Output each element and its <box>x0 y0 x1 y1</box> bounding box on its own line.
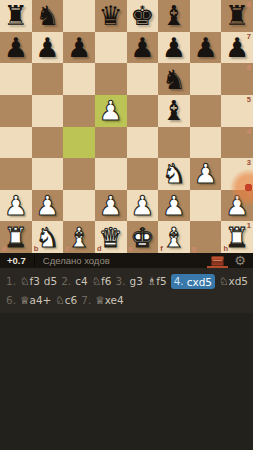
move-number: 6. <box>6 294 16 306</box>
move-token[interactable]: ♘xd5 <box>219 275 248 287</box>
square-a5[interactable] <box>0 95 32 127</box>
square-e3[interactable] <box>127 158 159 190</box>
square-c1[interactable]: ♝c <box>63 221 95 253</box>
square-f2[interactable]: ♟ <box>158 190 190 222</box>
file-label-e: e <box>129 245 133 253</box>
analysis-header: +0.7 Сделано ходов ⚙ <box>0 253 253 268</box>
square-f6[interactable]: ♞ <box>158 63 190 95</box>
black-rook: ♜ <box>0 0 32 32</box>
black-pawn: ♟ <box>190 32 222 64</box>
square-b1[interactable]: ♞b <box>32 221 64 253</box>
move-san: cxd5 <box>187 275 212 287</box>
square-b2[interactable]: ♟ <box>32 190 64 222</box>
square-g4[interactable] <box>190 127 222 159</box>
square-a7[interactable]: ♟ <box>0 32 32 64</box>
analysis-panel: +0.7 Сделано ходов ⚙ 1.♘f3d52.c4♘f63.g3♗… <box>0 253 253 450</box>
black-bishop: ♝ <box>158 95 190 127</box>
rank-label-8: 8 <box>247 1 251 9</box>
square-b6[interactable] <box>32 63 64 95</box>
square-h6[interactable]: 6 <box>221 63 253 95</box>
square-d3[interactable] <box>95 158 127 190</box>
white-knight: ♞ <box>158 158 190 190</box>
square-c8[interactable] <box>63 0 95 32</box>
square-b4[interactable] <box>32 127 64 159</box>
white-pawn: ♟ <box>32 190 64 222</box>
move-number: 3. <box>115 275 125 287</box>
file-label-a: a <box>2 245 6 253</box>
square-a3[interactable] <box>0 158 32 190</box>
black-pawn: ♟ <box>127 32 159 64</box>
move-token[interactable]: ♕xe4 <box>95 294 123 306</box>
move-token[interactable]: g3 <box>130 275 143 287</box>
rank-label-4: 4 <box>247 128 251 136</box>
square-h7[interactable]: ♟7 <box>221 32 253 64</box>
rank-label-2: 2 <box>247 191 251 199</box>
black-queen: ♛ <box>95 0 127 32</box>
white-pawn: ♟ <box>95 190 127 222</box>
white-pawn: ♟ <box>158 190 190 222</box>
move-token[interactable]: ♗f5 <box>147 275 167 287</box>
square-a6[interactable] <box>0 63 32 95</box>
square-e1[interactable]: ♚e <box>127 221 159 253</box>
moves-made-label: Сделано ходов <box>35 255 110 266</box>
black-king: ♚ <box>127 0 159 32</box>
square-f4[interactable] <box>158 127 190 159</box>
white-pawn: ♟ <box>0 190 32 222</box>
white-pawn: ♟ <box>127 190 159 222</box>
move-token[interactable]: ♘f3 <box>20 275 40 287</box>
opening-book-tab[interactable] <box>207 253 228 268</box>
file-label-h: h <box>223 245 228 253</box>
square-c3[interactable] <box>63 158 95 190</box>
move-token[interactable]: d5 <box>44 275 57 287</box>
black-bishop: ♝ <box>158 0 190 32</box>
square-a4[interactable] <box>0 127 32 159</box>
rank-label-1: 1 <box>247 222 251 230</box>
move-number: 5. <box>252 275 253 287</box>
file-label-c: c <box>65 245 69 253</box>
rank-label-3: 3 <box>247 159 251 167</box>
black-pawn: ♟ <box>0 32 32 64</box>
square-e5[interactable] <box>127 95 159 127</box>
white-pawn: ♟ <box>190 158 222 190</box>
square-g2[interactable] <box>190 190 222 222</box>
square-f5[interactable]: ♝ <box>158 95 190 127</box>
square-e6[interactable] <box>127 63 159 95</box>
square-a1[interactable]: ♜a <box>0 221 32 253</box>
square-c7[interactable]: ♟ <box>63 32 95 64</box>
square-d2[interactable]: ♟ <box>95 190 127 222</box>
black-knight: ♞ <box>32 0 64 32</box>
file-label-g: g <box>192 245 197 253</box>
move-token[interactable]: c4 <box>75 275 87 287</box>
square-a2[interactable]: ♟ <box>0 190 32 222</box>
square-g1[interactable]: g <box>190 221 222 253</box>
square-b7[interactable]: ♟ <box>32 32 64 64</box>
square-h2[interactable]: ♟2 <box>221 190 253 222</box>
square-e7[interactable]: ♟ <box>127 32 159 64</box>
move-number: 7. <box>81 294 91 306</box>
square-h5[interactable]: 5 <box>221 95 253 127</box>
square-e8[interactable]: ♚ <box>127 0 159 32</box>
black-pawn: ♟ <box>32 32 64 64</box>
square-g3[interactable]: ♟ <box>190 158 222 190</box>
file-label-b: b <box>34 245 39 253</box>
move-token[interactable]: ♕a4+ <box>20 294 51 306</box>
square-f7[interactable]: ♟ <box>158 32 190 64</box>
move-number: 2. <box>61 275 71 287</box>
square-c2[interactable] <box>63 190 95 222</box>
square-c6[interactable] <box>63 63 95 95</box>
square-f8[interactable]: ♝ <box>158 0 190 32</box>
square-d1[interactable]: ♛d <box>95 221 127 253</box>
square-g7[interactable]: ♟ <box>190 32 222 64</box>
square-g5[interactable] <box>190 95 222 127</box>
move-token[interactable]: ♘f6 <box>92 275 112 287</box>
square-h3[interactable]: 3 <box>221 158 253 190</box>
move-token-selected[interactable]: 4.cxd5 <box>171 274 215 289</box>
file-label-f: f <box>160 245 163 253</box>
move-number: 1. <box>6 275 16 287</box>
square-a8[interactable]: ♜ <box>0 0 32 32</box>
square-d7[interactable] <box>95 32 127 64</box>
square-b5[interactable] <box>32 95 64 127</box>
white-pawn: ♟ <box>95 95 127 127</box>
settings-gear-icon[interactable]: ⚙ <box>234 254 246 267</box>
square-g8[interactable] <box>190 0 222 32</box>
square-d6[interactable] <box>95 63 127 95</box>
square-c4[interactable] <box>63 127 95 159</box>
black-knight: ♞ <box>158 63 190 95</box>
square-d4[interactable] <box>95 127 127 159</box>
opening-book-icon <box>211 256 224 266</box>
app-screen: ♜♞♛♚♝♜8♟♟♟♟♟♟♟7♞6♟♝54♞♟3♟♟♟♟♟♟2♜a♞b♝c♛d♚… <box>0 0 253 450</box>
square-g6[interactable] <box>190 63 222 95</box>
rank-label-6: 6 <box>247 64 251 72</box>
move-number: 4. <box>174 275 184 287</box>
square-f1[interactable]: ♝f <box>158 221 190 253</box>
square-f3[interactable]: ♞ <box>158 158 190 190</box>
square-e2[interactable]: ♟ <box>127 190 159 222</box>
square-e4[interactable] <box>127 127 159 159</box>
move-list: 1.♘f3d52.c4♘f63.g3♗f54.cxd5♘xd55.e4♗xe46… <box>0 268 253 313</box>
engine-evaluation: +0.7 <box>7 255 35 266</box>
square-h8[interactable]: ♜8 <box>221 0 253 32</box>
square-h4[interactable]: 4 <box>221 127 253 159</box>
black-pawn: ♟ <box>63 32 95 64</box>
square-b8[interactable]: ♞ <box>32 0 64 32</box>
square-h1[interactable]: ♜1h <box>221 221 253 253</box>
square-c5[interactable] <box>63 95 95 127</box>
square-b3[interactable] <box>32 158 64 190</box>
rank-label-7: 7 <box>247 33 251 41</box>
rank-label-5: 5 <box>247 96 251 104</box>
black-pawn: ♟ <box>158 32 190 64</box>
square-d8[interactable]: ♛ <box>95 0 127 32</box>
chess-board: ♜♞♛♚♝♜8♟♟♟♟♟♟♟7♞6♟♝54♞♟3♟♟♟♟♟♟2♜a♞b♝c♛d♚… <box>0 0 253 253</box>
square-d5[interactable]: ♟ <box>95 95 127 127</box>
file-label-d: d <box>97 245 102 253</box>
move-token[interactable]: ♘c6 <box>55 294 77 306</box>
